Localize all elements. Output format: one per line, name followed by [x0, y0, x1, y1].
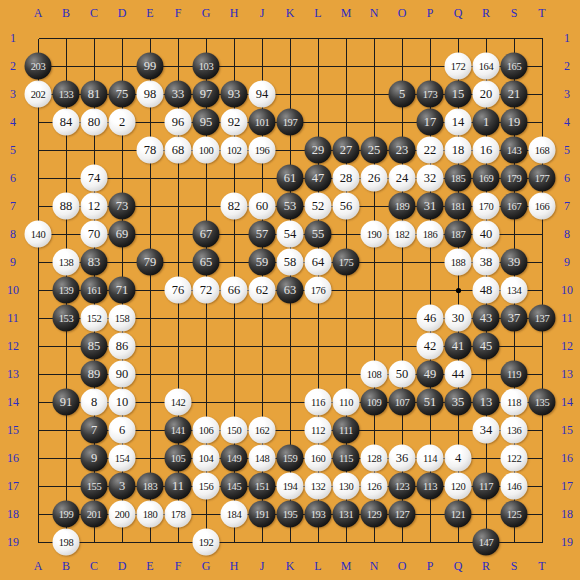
black-stone-L18[interactable]: 193 — [305, 501, 332, 528]
move-number: 138 — [59, 257, 74, 268]
black-stone-G2[interactable]: 103 — [193, 53, 220, 80]
move-number: 153 — [59, 313, 74, 324]
move-number: 116 — [311, 397, 325, 408]
row-label-left-12: 12 — [7, 340, 19, 352]
black-stone-F16[interactable]: 105 — [165, 445, 192, 472]
row-label-right-10: 10 — [561, 284, 573, 296]
white-stone-S17[interactable]: 146 — [501, 473, 528, 500]
black-stone-O7[interactable]: 189 — [389, 193, 416, 220]
move-number: 44 — [452, 367, 465, 382]
black-stone-L8[interactable]: 55 — [305, 221, 332, 248]
black-stone-K7[interactable]: 53 — [277, 193, 304, 220]
white-stone-E18[interactable]: 180 — [137, 501, 164, 528]
move-number: 7 — [91, 423, 97, 438]
white-stone-C8[interactable]: 70 — [81, 221, 108, 248]
move-number: 131 — [339, 509, 354, 520]
black-stone-O3[interactable]: 5 — [389, 81, 416, 108]
row-label-right-3: 3 — [564, 88, 570, 100]
black-stone-S2[interactable]: 165 — [501, 53, 528, 80]
black-stone-E17[interactable]: 183 — [137, 473, 164, 500]
white-stone-D11[interactable]: 158 — [109, 305, 136, 332]
black-stone-L5[interactable]: 29 — [305, 137, 332, 164]
white-stone-N8[interactable]: 190 — [361, 221, 388, 248]
black-stone-E9[interactable]: 79 — [137, 249, 164, 276]
black-stone-B14[interactable]: 91 — [53, 389, 80, 416]
move-number: 65 — [200, 255, 213, 270]
white-stone-H10[interactable]: 66 — [221, 277, 248, 304]
move-number: 123 — [395, 481, 410, 492]
move-number: 147 — [479, 537, 494, 548]
white-stone-R3[interactable]: 20 — [473, 81, 500, 108]
black-stone-Q7[interactable]: 181 — [445, 193, 472, 220]
black-stone-P3[interactable]: 173 — [417, 81, 444, 108]
black-stone-S6[interactable]: 179 — [501, 165, 528, 192]
white-stone-J7[interactable]: 60 — [249, 193, 276, 220]
white-stone-G10[interactable]: 72 — [193, 277, 220, 304]
white-stone-A3[interactable]: 202 — [25, 81, 52, 108]
black-stone-G3[interactable]: 97 — [193, 81, 220, 108]
move-number: 167 — [507, 201, 522, 212]
move-number: 114 — [423, 453, 437, 464]
col-label-bottom-M: M — [341, 560, 352, 572]
white-stone-J15[interactable]: 162 — [249, 417, 276, 444]
black-stone-H16[interactable]: 149 — [221, 445, 248, 472]
black-stone-R14[interactable]: 13 — [473, 389, 500, 416]
black-stone-Q14[interactable]: 35 — [445, 389, 472, 416]
col-label-top-T: T — [538, 7, 545, 19]
white-stone-R2[interactable]: 164 — [473, 53, 500, 80]
white-stone-D13[interactable]: 90 — [109, 361, 136, 388]
white-stone-H4[interactable]: 92 — [221, 109, 248, 136]
white-stone-L9[interactable]: 64 — [305, 249, 332, 276]
black-stone-Q18[interactable]: 121 — [445, 501, 472, 528]
move-number: 40 — [480, 227, 493, 242]
black-stone-F3[interactable]: 33 — [165, 81, 192, 108]
white-stone-C11[interactable]: 152 — [81, 305, 108, 332]
row-label-right-17: 17 — [561, 480, 573, 492]
move-number: 33 — [172, 87, 185, 102]
black-stone-C9[interactable]: 83 — [81, 249, 108, 276]
white-stone-N13[interactable]: 108 — [361, 361, 388, 388]
move-number: 181 — [451, 201, 466, 212]
black-stone-T6[interactable]: 177 — [529, 165, 556, 192]
white-stone-M6[interactable]: 28 — [333, 165, 360, 192]
move-number: 162 — [255, 425, 270, 436]
row-label-right-8: 8 — [564, 228, 570, 240]
white-stone-S14[interactable]: 118 — [501, 389, 528, 416]
move-number: 128 — [367, 453, 382, 464]
black-stone-Q8[interactable]: 187 — [445, 221, 472, 248]
black-stone-M9[interactable]: 175 — [333, 249, 360, 276]
row-label-right-15: 15 — [561, 424, 573, 436]
black-stone-R4[interactable]: 1 — [473, 109, 500, 136]
white-stone-C7[interactable]: 12 — [81, 193, 108, 220]
move-number: 56 — [340, 199, 353, 214]
move-number: 6 — [119, 423, 125, 438]
move-number: 104 — [199, 453, 214, 464]
white-stone-D16[interactable]: 154 — [109, 445, 136, 472]
white-stone-E5[interactable]: 78 — [137, 137, 164, 164]
black-stone-Q6[interactable]: 185 — [445, 165, 472, 192]
move-number: 134 — [507, 285, 522, 296]
black-stone-D17[interactable]: 3 — [109, 473, 136, 500]
move-number: 122 — [507, 453, 522, 464]
black-stone-F15[interactable]: 141 — [165, 417, 192, 444]
col-label-top-K: K — [286, 7, 295, 19]
white-stone-Q4[interactable]: 14 — [445, 109, 472, 136]
col-label-bottom-R: R — [482, 560, 490, 572]
black-stone-Q3[interactable]: 15 — [445, 81, 472, 108]
black-stone-P13[interactable]: 49 — [417, 361, 444, 388]
white-stone-R9[interactable]: 38 — [473, 249, 500, 276]
white-stone-P8[interactable]: 186 — [417, 221, 444, 248]
black-stone-C10[interactable]: 161 — [81, 277, 108, 304]
row-label-right-14: 14 — [561, 396, 573, 408]
white-stone-C4[interactable]: 80 — [81, 109, 108, 136]
white-stone-S15[interactable]: 136 — [501, 417, 528, 444]
white-stone-J16[interactable]: 148 — [249, 445, 276, 472]
white-stone-D12[interactable]: 86 — [109, 333, 136, 360]
move-number: 179 — [507, 173, 522, 184]
row-label-left-2: 2 — [10, 60, 16, 72]
move-number: 106 — [199, 425, 214, 436]
black-stone-M16[interactable]: 115 — [333, 445, 360, 472]
black-stone-K18[interactable]: 195 — [277, 501, 304, 528]
black-stone-J4[interactable]: 101 — [249, 109, 276, 136]
white-stone-R10[interactable]: 48 — [473, 277, 500, 304]
black-stone-C3[interactable]: 81 — [81, 81, 108, 108]
white-stone-Q2[interactable]: 172 — [445, 53, 472, 80]
move-number: 16 — [480, 143, 493, 158]
row-label-left-13: 13 — [7, 368, 19, 380]
black-stone-N5[interactable]: 25 — [361, 137, 388, 164]
black-stone-M15[interactable]: 111 — [333, 417, 360, 444]
move-number: 127 — [395, 509, 410, 520]
black-stone-S11[interactable]: 37 — [501, 305, 528, 332]
move-number: 53 — [284, 199, 297, 214]
row-label-right-19: 19 — [561, 536, 573, 548]
white-stone-M17[interactable]: 130 — [333, 473, 360, 500]
white-stone-P6[interactable]: 32 — [417, 165, 444, 192]
move-number: 126 — [367, 481, 382, 492]
white-stone-G19[interactable]: 192 — [193, 529, 220, 556]
hoshi-point-Q10 — [456, 288, 461, 293]
black-stone-E2[interactable]: 99 — [137, 53, 164, 80]
move-number: 109 — [367, 397, 382, 408]
black-stone-N18[interactable]: 129 — [361, 501, 388, 528]
white-stone-O13[interactable]: 50 — [389, 361, 416, 388]
white-stone-Q16[interactable]: 4 — [445, 445, 472, 472]
move-number: 193 — [311, 509, 326, 520]
white-stone-O6[interactable]: 24 — [389, 165, 416, 192]
white-stone-L14[interactable]: 116 — [305, 389, 332, 416]
white-stone-L10[interactable]: 176 — [305, 277, 332, 304]
move-number: 94 — [256, 87, 269, 102]
white-stone-F14[interactable]: 142 — [165, 389, 192, 416]
white-stone-H18[interactable]: 184 — [221, 501, 248, 528]
white-stone-G17[interactable]: 156 — [193, 473, 220, 500]
white-stone-F10[interactable]: 76 — [165, 277, 192, 304]
white-stone-B4[interactable]: 84 — [53, 109, 80, 136]
white-stone-F4[interactable]: 96 — [165, 109, 192, 136]
move-number: 194 — [283, 481, 298, 492]
go-board[interactable]: 1234567891011121314151617181920212223242… — [24, 24, 556, 556]
black-stone-G8[interactable]: 67 — [193, 221, 220, 248]
row-label-right-16: 16 — [561, 452, 573, 464]
black-stone-S13[interactable]: 119 — [501, 361, 528, 388]
white-stone-P12[interactable]: 42 — [417, 333, 444, 360]
white-stone-Q17[interactable]: 120 — [445, 473, 472, 500]
white-stone-H5[interactable]: 102 — [221, 137, 248, 164]
black-stone-M5[interactable]: 27 — [333, 137, 360, 164]
black-stone-S3[interactable]: 21 — [501, 81, 528, 108]
black-stone-R11[interactable]: 43 — [473, 305, 500, 332]
move-number: 74 — [88, 171, 101, 186]
black-stone-C18[interactable]: 201 — [81, 501, 108, 528]
row-label-right-13: 13 — [561, 368, 573, 380]
black-stone-K16[interactable]: 159 — [277, 445, 304, 472]
white-stone-D18[interactable]: 200 — [109, 501, 136, 528]
white-stone-B19[interactable]: 198 — [53, 529, 80, 556]
move-number: 112 — [311, 425, 325, 436]
col-label-top-N: N — [370, 7, 379, 19]
white-stone-P11[interactable]: 46 — [417, 305, 444, 332]
white-stone-G16[interactable]: 104 — [193, 445, 220, 472]
black-stone-O17[interactable]: 123 — [389, 473, 416, 500]
black-stone-S7[interactable]: 167 — [501, 193, 528, 220]
black-stone-H3[interactable]: 93 — [221, 81, 248, 108]
white-stone-M14[interactable]: 110 — [333, 389, 360, 416]
move-number: 25 — [368, 143, 381, 158]
white-stone-S16[interactable]: 122 — [501, 445, 528, 472]
black-stone-O5[interactable]: 23 — [389, 137, 416, 164]
white-stone-R7[interactable]: 170 — [473, 193, 500, 220]
row-label-right-1: 1 — [564, 32, 570, 44]
white-stone-F5[interactable]: 68 — [165, 137, 192, 164]
white-stone-R8[interactable]: 40 — [473, 221, 500, 248]
black-stone-D10[interactable]: 71 — [109, 277, 136, 304]
black-stone-N14[interactable]: 109 — [361, 389, 388, 416]
white-stone-N17[interactable]: 126 — [361, 473, 388, 500]
black-stone-L6[interactable]: 47 — [305, 165, 332, 192]
move-number: 39 — [508, 255, 521, 270]
white-stone-N16[interactable]: 128 — [361, 445, 388, 472]
black-stone-M18[interactable]: 131 — [333, 501, 360, 528]
black-stone-B18[interactable]: 199 — [53, 501, 80, 528]
move-number: 186 — [423, 229, 438, 240]
move-number: 57 — [256, 227, 269, 242]
row-label-left-4: 4 — [10, 116, 16, 128]
black-stone-O14[interactable]: 107 — [389, 389, 416, 416]
move-number: 30 — [452, 311, 465, 326]
black-stone-R19[interactable]: 147 — [473, 529, 500, 556]
white-stone-Q5[interactable]: 18 — [445, 137, 472, 164]
move-number: 89 — [88, 367, 101, 382]
white-stone-J3[interactable]: 94 — [249, 81, 276, 108]
black-stone-P7[interactable]: 31 — [417, 193, 444, 220]
row-label-right-12: 12 — [561, 340, 573, 352]
white-stone-K8[interactable]: 54 — [277, 221, 304, 248]
move-number: 200 — [115, 509, 130, 520]
white-stone-S10[interactable]: 134 — [501, 277, 528, 304]
white-stone-K9[interactable]: 58 — [277, 249, 304, 276]
move-number: 159 — [283, 453, 298, 464]
move-number: 140 — [31, 229, 46, 240]
black-stone-B11[interactable]: 153 — [53, 305, 80, 332]
white-stone-J10[interactable]: 62 — [249, 277, 276, 304]
col-label-top-P: P — [427, 7, 434, 19]
move-number: 154 — [115, 453, 130, 464]
move-number: 67 — [200, 227, 213, 242]
black-stone-O18[interactable]: 127 — [389, 501, 416, 528]
white-stone-K17[interactable]: 194 — [277, 473, 304, 500]
move-number: 161 — [87, 285, 102, 296]
white-stone-T5[interactable]: 168 — [529, 137, 556, 164]
black-stone-K10[interactable]: 63 — [277, 277, 304, 304]
white-stone-G15[interactable]: 106 — [193, 417, 220, 444]
move-number: 42 — [424, 339, 437, 354]
black-stone-D3[interactable]: 75 — [109, 81, 136, 108]
black-stone-R12[interactable]: 45 — [473, 333, 500, 360]
white-stone-L15[interactable]: 112 — [305, 417, 332, 444]
white-stone-R5[interactable]: 16 — [473, 137, 500, 164]
white-stone-M7[interactable]: 56 — [333, 193, 360, 220]
move-number: 199 — [59, 509, 74, 520]
black-stone-D7[interactable]: 73 — [109, 193, 136, 220]
move-number: 19 — [508, 115, 521, 130]
white-stone-O16[interactable]: 36 — [389, 445, 416, 472]
col-label-top-O: O — [398, 7, 407, 19]
white-stone-R15[interactable]: 34 — [473, 417, 500, 444]
white-stone-J5[interactable]: 196 — [249, 137, 276, 164]
white-stone-L17[interactable]: 132 — [305, 473, 332, 500]
row-label-right-9: 9 — [564, 256, 570, 268]
black-stone-S18[interactable]: 125 — [501, 501, 528, 528]
white-stone-Q13[interactable]: 44 — [445, 361, 472, 388]
move-number: 176 — [311, 285, 326, 296]
move-number: 69 — [116, 227, 129, 242]
black-stone-J9[interactable]: 59 — [249, 249, 276, 276]
black-stone-B3[interactable]: 133 — [53, 81, 80, 108]
move-number: 32 — [424, 171, 437, 186]
black-stone-P14[interactable]: 51 — [417, 389, 444, 416]
row-label-right-11: 11 — [561, 312, 573, 324]
black-stone-C12[interactable]: 85 — [81, 333, 108, 360]
col-label-top-H: H — [230, 7, 239, 19]
black-stone-P4[interactable]: 17 — [417, 109, 444, 136]
move-number: 61 — [284, 171, 297, 186]
black-stone-S5[interactable]: 143 — [501, 137, 528, 164]
black-stone-J18[interactable]: 191 — [249, 501, 276, 528]
black-stone-B10[interactable]: 139 — [53, 277, 80, 304]
move-number: 139 — [59, 285, 74, 296]
white-stone-C14[interactable]: 8 — [81, 389, 108, 416]
move-number: 166 — [535, 201, 550, 212]
white-stone-D15[interactable]: 6 — [109, 417, 136, 444]
white-stone-B7[interactable]: 88 — [53, 193, 80, 220]
black-stone-C15[interactable]: 7 — [81, 417, 108, 444]
move-number: 31 — [424, 199, 437, 214]
col-label-bottom-J: J — [260, 560, 265, 572]
black-stone-J8[interactable]: 57 — [249, 221, 276, 248]
move-number: 68 — [172, 143, 185, 158]
white-stone-T7[interactable]: 166 — [529, 193, 556, 220]
black-stone-S9[interactable]: 39 — [501, 249, 528, 276]
move-number: 118 — [507, 397, 521, 408]
black-stone-Q12[interactable]: 41 — [445, 333, 472, 360]
move-number: 24 — [396, 171, 409, 186]
white-stone-H15[interactable]: 150 — [221, 417, 248, 444]
move-number: 48 — [480, 283, 493, 298]
white-stone-E3[interactable]: 98 — [137, 81, 164, 108]
black-stone-K6[interactable]: 61 — [277, 165, 304, 192]
white-stone-Q11[interactable]: 30 — [445, 305, 472, 332]
white-stone-L7[interactable]: 52 — [305, 193, 332, 220]
black-stone-P17[interactable]: 113 — [417, 473, 444, 500]
move-number: 82 — [228, 199, 241, 214]
black-stone-K4[interactable]: 197 — [277, 109, 304, 136]
white-stone-D14[interactable]: 10 — [109, 389, 136, 416]
white-stone-N6[interactable]: 26 — [361, 165, 388, 192]
white-stone-H7[interactable]: 82 — [221, 193, 248, 220]
move-number: 105 — [171, 453, 186, 464]
white-stone-F18[interactable]: 178 — [165, 501, 192, 528]
white-stone-L16[interactable]: 160 — [305, 445, 332, 472]
white-stone-C6[interactable]: 74 — [81, 165, 108, 192]
row-label-right-2: 2 — [564, 60, 570, 72]
move-number: 60 — [256, 199, 269, 214]
row-label-right-6: 6 — [564, 172, 570, 184]
move-number: 81 — [88, 87, 101, 102]
white-stone-P5[interactable]: 22 — [417, 137, 444, 164]
col-label-bottom-O: O — [398, 560, 407, 572]
black-stone-C16[interactable]: 9 — [81, 445, 108, 472]
col-label-top-L: L — [314, 7, 321, 19]
black-stone-R6[interactable]: 169 — [473, 165, 500, 192]
black-stone-G4[interactable]: 95 — [193, 109, 220, 136]
black-stone-A2[interactable]: 203 — [25, 53, 52, 80]
row-label-left-10: 10 — [7, 284, 19, 296]
black-stone-R17[interactable]: 117 — [473, 473, 500, 500]
black-stone-F17[interactable]: 11 — [165, 473, 192, 500]
white-stone-B9[interactable]: 138 — [53, 249, 80, 276]
black-stone-C13[interactable]: 89 — [81, 361, 108, 388]
black-stone-C17[interactable]: 155 — [81, 473, 108, 500]
white-stone-A8[interactable]: 140 — [25, 221, 52, 248]
black-stone-H17[interactable]: 145 — [221, 473, 248, 500]
black-stone-D8[interactable]: 69 — [109, 221, 136, 248]
black-stone-T14[interactable]: 135 — [529, 389, 556, 416]
move-number: 79 — [144, 255, 157, 270]
white-stone-Q9[interactable]: 188 — [445, 249, 472, 276]
move-number: 3 — [119, 479, 125, 494]
move-number: 142 — [171, 397, 186, 408]
col-label-top-C: C — [90, 7, 98, 19]
col-label-top-M: M — [341, 7, 352, 19]
black-stone-S4[interactable]: 19 — [501, 109, 528, 136]
white-stone-O8[interactable]: 182 — [389, 221, 416, 248]
white-stone-P16[interactable]: 114 — [417, 445, 444, 472]
black-stone-T11[interactable]: 137 — [529, 305, 556, 332]
black-stone-J17[interactable]: 151 — [249, 473, 276, 500]
black-stone-G9[interactable]: 65 — [193, 249, 220, 276]
white-stone-G5[interactable]: 100 — [193, 137, 220, 164]
move-number: 8 — [91, 395, 97, 410]
move-number: 195 — [283, 509, 298, 520]
row-label-right-5: 5 — [564, 144, 570, 156]
white-stone-D4[interactable]: 2 — [109, 109, 136, 136]
move-number: 177 — [535, 173, 550, 184]
